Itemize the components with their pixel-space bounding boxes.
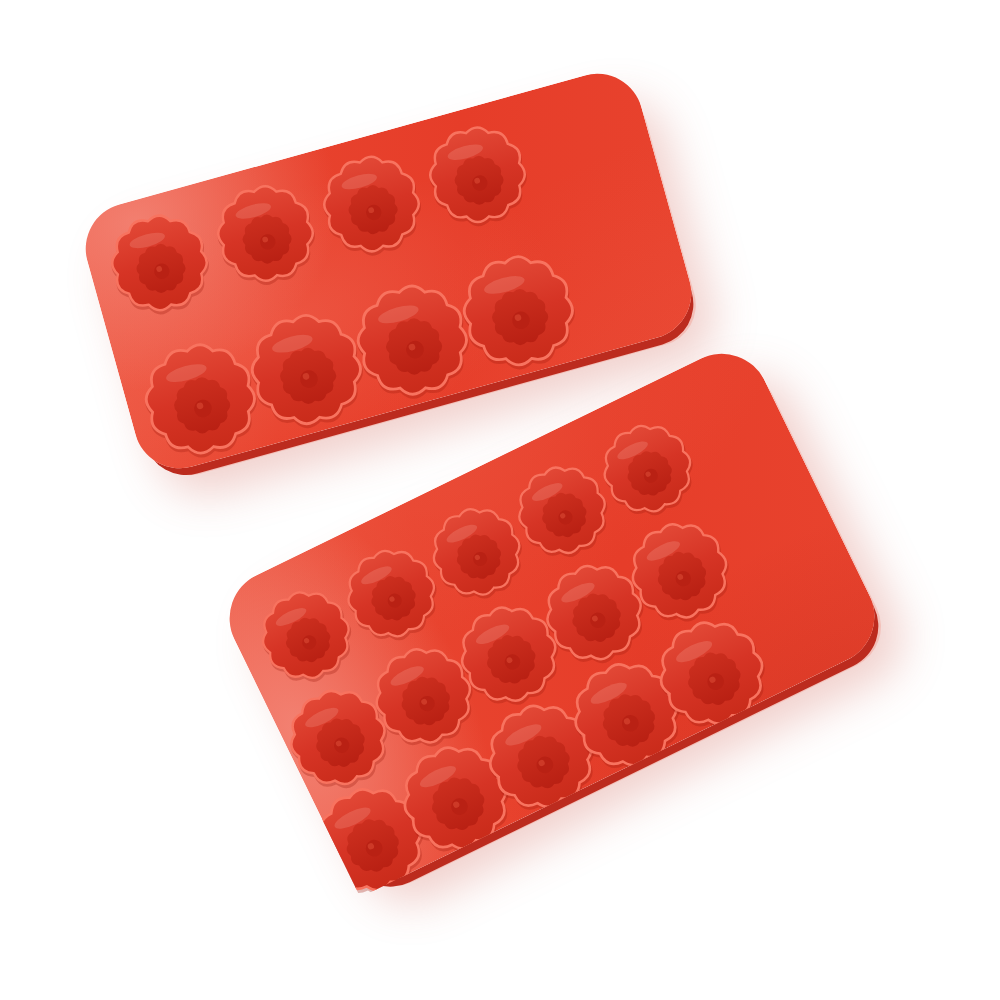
mold-cavity — [248, 578, 365, 696]
mold-cavity — [419, 494, 536, 612]
mold-cavity — [133, 334, 267, 469]
mold-cavity — [451, 245, 585, 380]
mold-cavity — [239, 304, 373, 439]
mold-cavity — [313, 147, 430, 265]
mold-cavity — [101, 206, 218, 324]
mold-cavity — [334, 536, 451, 654]
mold-cavity — [207, 176, 324, 294]
mold-cavity — [590, 411, 707, 529]
mold-cavity — [504, 453, 621, 571]
product-photo-scene — [0, 0, 1000, 1000]
mold-cavity — [419, 118, 536, 236]
mold-cavity — [345, 275, 479, 410]
